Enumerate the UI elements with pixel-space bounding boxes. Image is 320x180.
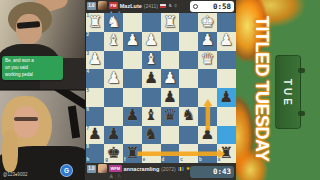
black-P-piece-d5: ♟ [161, 88, 180, 107]
chat-line: working pedal [5, 72, 60, 79]
chat-line: Be, and won a [5, 58, 60, 65]
top-clock: 0:58 [190, 1, 234, 12]
white-Q-piece-b3: ♛ [198, 51, 217, 70]
square-h8[interactable]: 8h [86, 144, 105, 163]
rank-label: 6 [87, 108, 90, 113]
cam-divider [0, 89, 85, 91]
square-e3[interactable]: ♝ [142, 51, 161, 70]
rank-label: 4 [87, 70, 90, 75]
black-P-piece-b7: ♟ [198, 126, 217, 145]
calendar-label: TUE [283, 76, 294, 108]
square-a8[interactable]: a♜ [217, 144, 236, 163]
bottom-player-rating: (2072) [161, 166, 175, 172]
file-label: d [162, 158, 165, 163]
glasses [14, 117, 38, 121]
file-label: b [199, 158, 202, 163]
chess-board: 1♜♞♜♚2♝♟♟♟♟3♟♝♛4♟♟♟5♟♟6♟♝♛♞7♟♟♞♟8hg♚f♜ed… [86, 13, 236, 163]
file-label: h [87, 158, 90, 163]
square-e7[interactable]: ♞ [142, 126, 161, 145]
white-P-piece-g4: ♟ [104, 69, 123, 88]
square-c3[interactable] [179, 51, 198, 70]
square-f8[interactable]: f♜ [123, 144, 142, 163]
calendar-knob [298, 111, 305, 116]
black-P-piece-e4: ♟ [142, 69, 161, 88]
file-label: c [180, 158, 183, 163]
white-N-piece-g1: ♞ [104, 13, 123, 32]
streamer-face [13, 106, 39, 138]
square-d1[interactable]: ♜ [161, 13, 180, 32]
square-g5[interactable] [104, 88, 123, 107]
square-f7[interactable] [123, 126, 142, 145]
white-P-piece-b2: ♟ [198, 32, 217, 51]
black-P-piece-a5: ♟ [217, 88, 236, 107]
square-e4[interactable]: ♟ [142, 69, 161, 88]
top-player-rating: (2411) [144, 3, 158, 9]
black-N-piece-e7: ♞ [142, 126, 161, 145]
square-c5[interactable] [179, 88, 198, 107]
file-label: e [143, 158, 146, 163]
country-flag-icon [160, 4, 166, 8]
square-b4[interactable] [198, 69, 217, 88]
event-banner-panel: TUE TITLED TUESDAY [236, 0, 320, 180]
square-h3[interactable]: 3♟ [86, 51, 105, 70]
square-c7[interactable] [179, 126, 198, 145]
top-title-badge: FM [109, 2, 118, 9]
menu-icon[interactable]: ≡ [174, 3, 177, 8]
bottom-clock-time: 0:43 [213, 167, 231, 176]
square-h4[interactable]: 4 [86, 69, 105, 88]
square-c6[interactable]: ♞ [179, 107, 198, 126]
stream-screenshot: Be, and won a on you said working pedal … [0, 0, 320, 180]
square-e6[interactable]: ♝ [142, 107, 161, 126]
white-B-piece-e3: ♝ [142, 51, 161, 70]
square-f6[interactable]: ♟ [123, 107, 142, 126]
square-h5[interactable]: 5 [86, 88, 105, 107]
square-a3[interactable] [217, 51, 236, 70]
rank-label: 2 [87, 33, 90, 38]
square-f3[interactable] [123, 51, 142, 70]
rank-label: 8 [87, 145, 90, 150]
square-g8[interactable]: g♚ [104, 144, 123, 163]
event-title: TITLED TUESDAY [251, 16, 272, 161]
square-e5[interactable] [142, 88, 161, 107]
square-a5[interactable]: ♟ [217, 88, 236, 107]
bottom-clock: 0:43 [190, 166, 234, 178]
black-P-piece-h7: ♟ [86, 126, 105, 145]
square-c2[interactable] [179, 32, 198, 51]
black-Q-piece-d6: ♛ [161, 107, 180, 126]
square-d5[interactable]: ♟ [161, 88, 180, 107]
square-h2[interactable]: 2 [86, 32, 105, 51]
square-a1[interactable] [217, 13, 236, 32]
white-P-piece-f2: ♟ [123, 32, 142, 51]
square-c1[interactable] [179, 13, 198, 32]
white-R-piece-h1: ♜ [86, 13, 105, 32]
square-d4[interactable]: ♟ [161, 69, 180, 88]
square-g7[interactable]: ♟ [104, 126, 123, 145]
square-f2[interactable]: ♟ [123, 32, 142, 51]
bottom-avatar[interactable] [98, 164, 107, 173]
top-score-badge: 1.0 [87, 2, 96, 10]
chat-overlay: Be, and won a on you said working pedal [2, 56, 63, 80]
square-f4[interactable] [123, 69, 142, 88]
white-P-piece-a2: ♟ [217, 32, 236, 51]
stream-badge-icon: G [60, 164, 73, 177]
knight-icon: ♞ [168, 3, 172, 8]
timer-icon [193, 4, 198, 9]
streamer-hair-front [2, 130, 18, 172]
rank-label: 5 [87, 89, 90, 94]
square-a4[interactable] [217, 69, 236, 88]
bottom-score-badge: 1.0 [87, 165, 96, 173]
black-R-piece-f8: ♜ [123, 144, 142, 163]
top-clock-time: 0:58 [213, 2, 231, 11]
white-K-piece-b1: ♚ [198, 13, 217, 32]
bottom-title-badge: WFM [109, 165, 122, 172]
square-d6[interactable]: ♛ [161, 107, 180, 126]
bottom-player-name[interactable]: annacramling [124, 166, 160, 172]
black-B-piece-e6: ♝ [142, 107, 161, 126]
square-b6[interactable] [198, 107, 217, 126]
square-h1[interactable]: 1♜ [86, 13, 105, 32]
square-b8[interactable]: b [198, 144, 217, 163]
square-g6[interactable] [104, 107, 123, 126]
square-a6[interactable] [217, 107, 236, 126]
square-g1[interactable]: ♞ [104, 13, 123, 32]
calendar-knob [298, 68, 305, 73]
square-h6[interactable]: 6 [86, 107, 105, 126]
black-N-piece-c6: ♞ [179, 107, 198, 126]
tuesday-calendar-icon: TUE [275, 55, 301, 129]
white-B-piece-g2: ♝ [104, 32, 123, 51]
person-face [16, 14, 42, 44]
square-h7[interactable]: 7♟ [86, 126, 105, 145]
square-e2[interactable]: ♟ [142, 32, 161, 51]
square-a7[interactable] [217, 126, 236, 145]
square-g2[interactable]: ♝ [104, 32, 123, 51]
square-g4[interactable]: ♟ [104, 69, 123, 88]
square-b7[interactable]: ♟ [198, 126, 217, 145]
black-K-piece-g8: ♚ [104, 144, 123, 163]
top-player-name[interactable]: MazLute [120, 3, 142, 9]
square-a2[interactable]: ♟ [217, 32, 236, 51]
square-d2[interactable] [161, 32, 180, 51]
white-P-piece-h3: ♟ [86, 51, 105, 70]
square-d3[interactable] [161, 51, 180, 70]
mic-stand [68, 106, 80, 139]
black-P-piece-g7: ♟ [104, 126, 123, 145]
white-P-piece-d4: ♟ [161, 69, 180, 88]
square-c4[interactable] [179, 69, 198, 88]
sweden-flag-icon [178, 167, 184, 171]
white-P-piece-e2: ♟ [142, 32, 161, 51]
white-R-piece-d1: ♜ [161, 13, 180, 32]
top-avatar[interactable] [98, 1, 107, 10]
square-e1[interactable] [142, 13, 161, 32]
square-d8[interactable]: d [161, 144, 180, 163]
square-f5[interactable] [123, 88, 142, 107]
square-b5[interactable] [198, 88, 217, 107]
black-R-piece-a8: ♜ [217, 144, 236, 163]
square-c8[interactable]: c [179, 144, 198, 163]
square-b2[interactable]: ♟ [198, 32, 217, 51]
square-b3[interactable]: ♛ [198, 51, 217, 70]
square-b1[interactable]: ♚ [198, 13, 217, 32]
square-f1[interactable] [123, 13, 142, 32]
chat-line: on you said [5, 65, 60, 72]
watermark-text: @123♦9002 [3, 172, 27, 177]
square-g3[interactable] [104, 51, 123, 70]
black-P-piece-f6: ♟ [123, 107, 142, 126]
square-d7[interactable] [161, 126, 180, 145]
square-e8[interactable]: e [142, 144, 161, 163]
